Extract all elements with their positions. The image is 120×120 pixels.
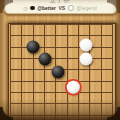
stone-black — [38, 52, 51, 65]
game-board[interactable] — [10, 24, 113, 120]
vs-label: VS — [58, 5, 65, 11]
stone-white — [79, 52, 92, 65]
gomoku-app-screen: 五子棋 ◷ @better VS @legend — [0, 0, 120, 120]
black-stone-icon — [30, 6, 35, 11]
stone-black — [52, 65, 65, 78]
players-bar: ◷ @better VS @legend — [5, 5, 116, 12]
clock-icon: ◷ — [23, 5, 27, 11]
app-title: 五子棋 — [5, 0, 116, 4]
stone-black — [27, 40, 40, 53]
black-player-name: @better — [37, 5, 56, 11]
white-player-name: @legend — [77, 5, 97, 11]
white-stone-icon — [68, 5, 75, 12]
stone-white-last-move — [67, 81, 79, 93]
match-header: 五子棋 ◷ @better VS @legend — [4, 0, 117, 14]
stone-white — [79, 39, 92, 52]
